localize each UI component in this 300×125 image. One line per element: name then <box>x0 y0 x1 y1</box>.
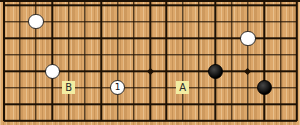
intersection <box>93 46 109 63</box>
intersection <box>256 30 272 47</box>
intersection <box>28 112 44 125</box>
intersection <box>109 96 125 113</box>
white-stone <box>28 14 43 29</box>
intersection <box>158 13 174 30</box>
intersection <box>93 96 109 113</box>
intersection <box>207 63 223 80</box>
intersection <box>28 79 44 96</box>
intersection <box>142 46 158 63</box>
intersection <box>93 112 109 125</box>
intersection <box>142 79 158 96</box>
intersection <box>240 46 256 63</box>
intersection <box>44 46 60 63</box>
intersection <box>289 46 300 63</box>
intersection <box>126 46 142 63</box>
intersection <box>12 13 28 30</box>
intersection <box>175 96 191 113</box>
intersection <box>191 30 207 47</box>
intersection <box>109 63 125 80</box>
intersection <box>44 30 60 47</box>
intersection <box>207 46 223 63</box>
intersection <box>109 30 125 47</box>
intersection <box>175 112 191 125</box>
intersection <box>158 112 174 125</box>
intersection <box>44 13 60 30</box>
intersection <box>12 96 28 113</box>
intersection <box>142 63 158 80</box>
move-number: 1 <box>115 83 121 92</box>
star-point <box>147 68 154 75</box>
intersection <box>142 112 158 125</box>
intersection <box>158 46 174 63</box>
go-diagram: B1A <box>0 0 300 125</box>
intersection <box>272 13 288 30</box>
intersection <box>158 30 174 47</box>
intersection <box>61 13 77 30</box>
intersection <box>93 63 109 80</box>
intersection <box>44 112 60 125</box>
intersection <box>175 13 191 30</box>
intersection <box>272 30 288 47</box>
intersection <box>12 63 28 80</box>
intersection <box>158 79 174 96</box>
intersection <box>240 96 256 113</box>
intersection <box>191 46 207 63</box>
intersection <box>126 96 142 113</box>
intersection <box>0 63 12 80</box>
intersection <box>191 96 207 113</box>
intersection <box>0 79 12 96</box>
intersection: B <box>61 79 77 96</box>
intersection <box>44 96 60 113</box>
intersection <box>191 79 207 96</box>
intersection <box>224 112 240 125</box>
diagram-crop-edge <box>0 0 300 2</box>
intersection <box>272 46 288 63</box>
intersection <box>191 112 207 125</box>
intersection <box>175 46 191 63</box>
intersection <box>256 96 272 113</box>
intersection <box>224 79 240 96</box>
intersection <box>44 79 60 96</box>
intersection <box>256 13 272 30</box>
intersection <box>272 63 288 80</box>
intersection <box>175 63 191 80</box>
intersection <box>289 112 300 125</box>
intersection <box>289 30 300 47</box>
intersection <box>77 13 93 30</box>
goban: B1A <box>0 0 300 125</box>
intersection <box>0 96 12 113</box>
intersection <box>224 96 240 113</box>
intersection <box>126 79 142 96</box>
intersection <box>61 63 77 80</box>
intersection <box>126 63 142 80</box>
white-stone <box>45 64 60 79</box>
intersection <box>272 79 288 96</box>
intersection <box>240 63 256 80</box>
intersection <box>12 79 28 96</box>
intersection <box>77 30 93 47</box>
intersection <box>0 46 12 63</box>
white-stone <box>240 31 255 46</box>
intersection <box>0 30 12 47</box>
intersection <box>240 79 256 96</box>
intersection <box>0 13 12 30</box>
intersection: A <box>175 79 191 96</box>
intersection <box>28 13 44 30</box>
intersection <box>28 96 44 113</box>
intersection <box>256 46 272 63</box>
intersection <box>77 79 93 96</box>
intersection <box>126 112 142 125</box>
intersection <box>77 46 93 63</box>
intersection <box>12 112 28 125</box>
intersection <box>61 112 77 125</box>
star-point <box>244 68 251 75</box>
intersection <box>272 96 288 113</box>
intersection <box>61 46 77 63</box>
intersection <box>224 46 240 63</box>
intersection <box>158 63 174 80</box>
intersection <box>256 63 272 80</box>
intersection <box>0 112 12 125</box>
intersection <box>256 112 272 125</box>
intersection <box>77 63 93 80</box>
intersection <box>142 30 158 47</box>
intersection <box>256 79 272 96</box>
intersection <box>93 30 109 47</box>
intersection <box>224 63 240 80</box>
intersection <box>207 13 223 30</box>
intersection <box>240 30 256 47</box>
intersection <box>93 13 109 30</box>
intersection <box>28 30 44 47</box>
intersection <box>224 13 240 30</box>
intersection <box>142 96 158 113</box>
intersection <box>77 112 93 125</box>
black-stone <box>208 64 223 79</box>
intersection <box>207 79 223 96</box>
intersection <box>158 96 174 113</box>
intersection <box>142 13 158 30</box>
point-label: A <box>176 81 189 94</box>
intersection <box>191 63 207 80</box>
intersection <box>126 13 142 30</box>
intersection <box>207 30 223 47</box>
intersection <box>289 63 300 80</box>
intersection <box>109 13 125 30</box>
intersection <box>28 46 44 63</box>
intersection <box>224 30 240 47</box>
intersection <box>289 79 300 96</box>
intersection <box>240 13 256 30</box>
intersection <box>12 30 28 47</box>
intersection <box>207 96 223 113</box>
black-stone <box>257 80 272 95</box>
intersection <box>109 46 125 63</box>
intersection: 1 <box>109 79 125 96</box>
intersection <box>93 79 109 96</box>
intersection <box>109 112 125 125</box>
point-label: B <box>62 81 75 94</box>
intersection <box>207 112 223 125</box>
intersection <box>240 112 256 125</box>
intersection <box>44 63 60 80</box>
intersection <box>289 96 300 113</box>
intersection <box>126 30 142 47</box>
intersection <box>289 13 300 30</box>
intersection <box>61 30 77 47</box>
intersection <box>272 112 288 125</box>
intersection <box>77 96 93 113</box>
white-stone: 1 <box>110 80 125 95</box>
intersection <box>28 63 44 80</box>
intersection <box>12 46 28 63</box>
intersection <box>175 30 191 47</box>
intersection <box>191 13 207 30</box>
intersection <box>61 96 77 113</box>
